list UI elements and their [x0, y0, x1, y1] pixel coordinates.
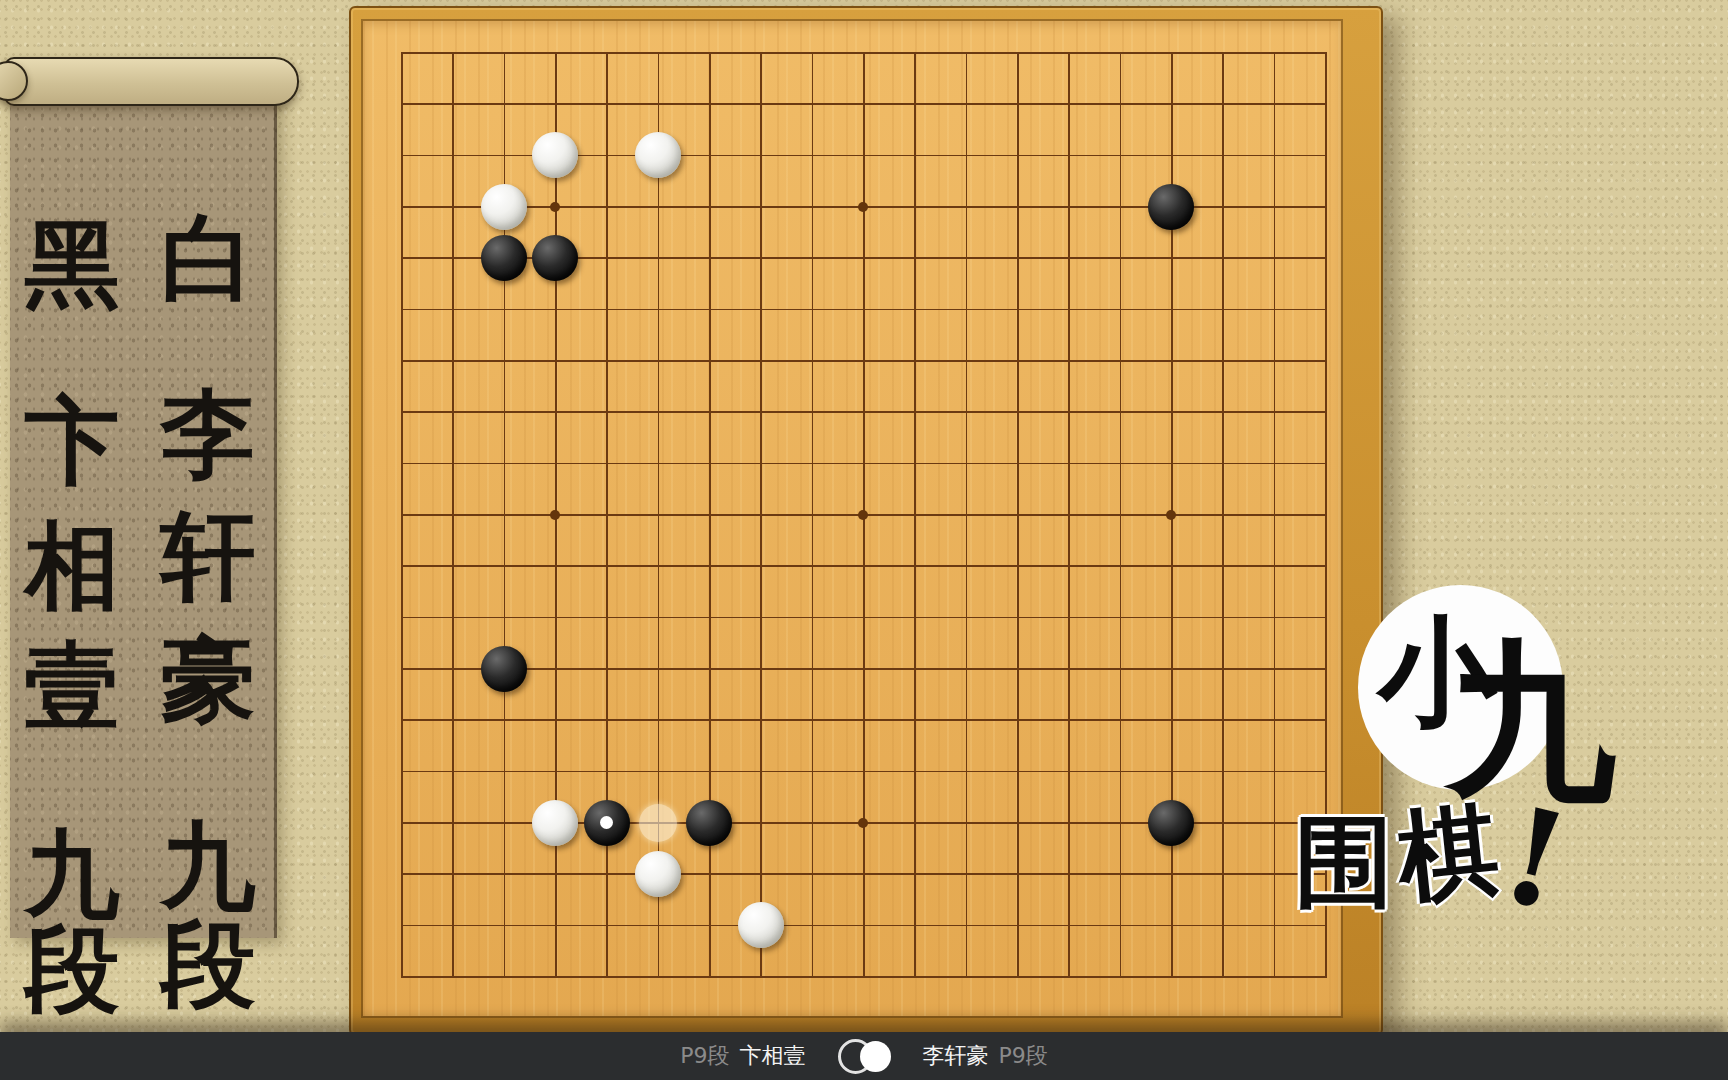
black-stone [1148, 800, 1194, 846]
white-stone [481, 184, 527, 230]
white-stone [532, 132, 578, 178]
app-stage: 白李轩豪九段 黑卞相壹九段 P9段 卞相壹 李轩豪 P9段 小 九 围 棋 ! [0, 0, 1728, 1080]
scroll-white-char-0: 白 [160, 210, 256, 305]
go-board-intersections[interactable] [376, 27, 1351, 1002]
scroll-white-char-1: 李 [160, 386, 256, 481]
logo-char-qi: 棋 [1393, 798, 1503, 908]
scroll-black-char-1: 卞 [24, 393, 120, 488]
white-stone [635, 132, 681, 178]
scroll-black-char-4: 九 [24, 826, 120, 921]
black-stone [532, 235, 578, 281]
logo-char-wei: 围 [1294, 811, 1394, 911]
black-stone [481, 646, 527, 692]
scroll-black-char-3: 壹 [24, 638, 120, 733]
black-player-rank: P9段 [680, 1041, 729, 1071]
white-stone [738, 902, 784, 948]
last-move-marker [600, 816, 613, 829]
scroll-white-char-4: 九 [160, 818, 256, 913]
player-status-bar: P9段 卞相壹 李轩豪 P9段 [0, 1032, 1728, 1080]
black-stone [686, 800, 732, 846]
white-stone [532, 800, 578, 846]
scroll-white-char-2: 轩 [160, 508, 256, 603]
ghost-white-stone [639, 804, 677, 842]
black-stone [584, 800, 630, 846]
star-point [858, 202, 868, 212]
star-point [550, 510, 560, 520]
scroll-roller-bar [4, 57, 299, 106]
white-stone-icon [860, 1041, 891, 1072]
white-stone [635, 851, 681, 897]
app-logo: 小 九 围 棋 ! [1280, 575, 1610, 965]
player-scroll-banner: 白李轩豪九段 黑卞相壹九段 [10, 78, 277, 938]
star-point [858, 510, 868, 520]
scroll-white-char-5: 段 [160, 916, 256, 1011]
scroll-white-char-3: 豪 [160, 631, 256, 726]
star-point [858, 818, 868, 828]
scroll-black-char-2: 相 [24, 518, 120, 613]
white-player-name: 李轩豪 [923, 1041, 989, 1071]
turn-indicator [838, 1039, 891, 1074]
scroll-black-char-0: 黑 [24, 216, 120, 311]
star-point [550, 202, 560, 212]
star-point [1166, 510, 1176, 520]
black-player-name: 卞相壹 [740, 1041, 806, 1071]
black-stone [1148, 184, 1194, 230]
scroll-black-char-5: 段 [24, 921, 120, 1016]
black-stone [481, 235, 527, 281]
white-player-rank: P9段 [999, 1041, 1048, 1071]
